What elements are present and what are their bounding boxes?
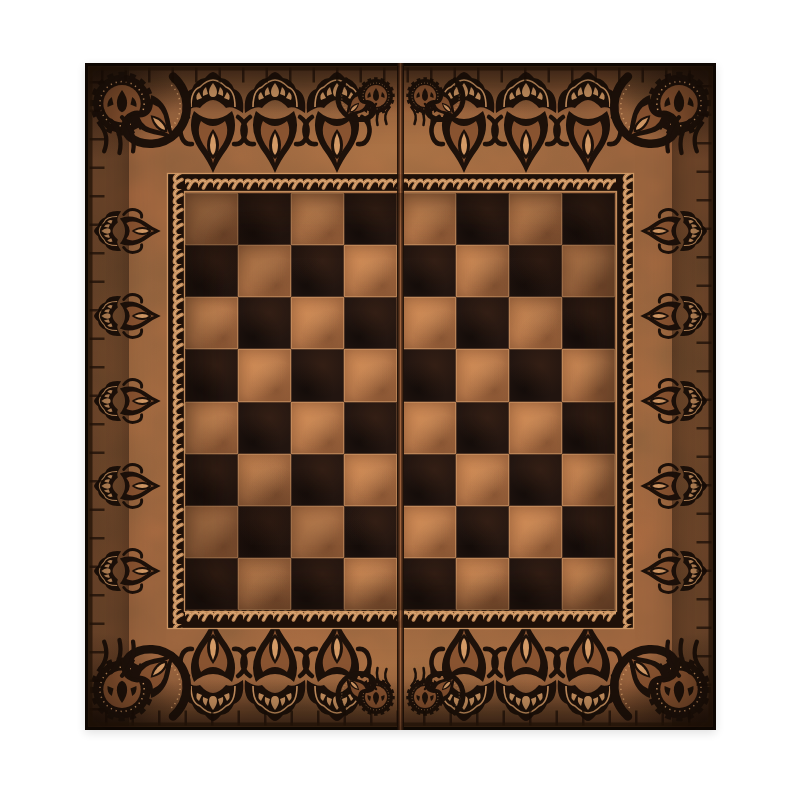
square-c5[interactable]: [291, 349, 344, 401]
square-h8[interactable]: [562, 193, 615, 245]
square-g7[interactable]: [509, 245, 562, 297]
square-f8[interactable]: [456, 193, 509, 245]
square-b6[interactable]: [238, 297, 291, 349]
square-e7[interactable]: [403, 245, 456, 297]
square-b4[interactable]: [238, 402, 291, 454]
square-g6[interactable]: [509, 297, 562, 349]
square-b7[interactable]: [238, 245, 291, 297]
square-f2[interactable]: [456, 506, 509, 558]
square-b2[interactable]: [238, 506, 291, 558]
square-f7[interactable]: [456, 245, 509, 297]
square-a6[interactable]: [185, 297, 238, 349]
square-b1[interactable]: [238, 558, 291, 610]
square-g5[interactable]: [509, 349, 562, 401]
chessboard: [85, 63, 716, 730]
square-d3[interactable]: [344, 454, 397, 506]
square-a7[interactable]: [185, 245, 238, 297]
square-d7[interactable]: [344, 245, 397, 297]
square-d8[interactable]: [344, 193, 397, 245]
square-e5[interactable]: [403, 349, 456, 401]
square-f5[interactable]: [456, 349, 509, 401]
square-e8[interactable]: [403, 193, 456, 245]
square-b8[interactable]: [238, 193, 291, 245]
square-c6[interactable]: [291, 297, 344, 349]
square-h3[interactable]: [562, 454, 615, 506]
square-d2[interactable]: [344, 506, 397, 558]
square-e4[interactable]: [403, 402, 456, 454]
square-d6[interactable]: [344, 297, 397, 349]
square-b3[interactable]: [238, 454, 291, 506]
square-e1[interactable]: [403, 558, 456, 610]
square-b5[interactable]: [238, 349, 291, 401]
square-f4[interactable]: [456, 402, 509, 454]
square-d5[interactable]: [344, 349, 397, 401]
square-h5[interactable]: [562, 349, 615, 401]
square-g8[interactable]: [509, 193, 562, 245]
square-e2[interactable]: [403, 506, 456, 558]
square-c4[interactable]: [291, 402, 344, 454]
square-e3[interactable]: [403, 454, 456, 506]
square-f1[interactable]: [456, 558, 509, 610]
square-g1[interactable]: [509, 558, 562, 610]
square-c8[interactable]: [291, 193, 344, 245]
square-c1[interactable]: [291, 558, 344, 610]
square-f3[interactable]: [456, 454, 509, 506]
square-a1[interactable]: [185, 558, 238, 610]
square-a5[interactable]: [185, 349, 238, 401]
square-f6[interactable]: [456, 297, 509, 349]
square-h6[interactable]: [562, 297, 615, 349]
square-c2[interactable]: [291, 506, 344, 558]
square-c3[interactable]: [291, 454, 344, 506]
square-a3[interactable]: [185, 454, 238, 506]
square-g4[interactable]: [509, 402, 562, 454]
square-h4[interactable]: [562, 402, 615, 454]
square-a8[interactable]: [185, 193, 238, 245]
square-e6[interactable]: [403, 297, 456, 349]
square-g2[interactable]: [509, 506, 562, 558]
square-h2[interactable]: [562, 506, 615, 558]
board-hinge-seam: [397, 63, 404, 730]
square-a2[interactable]: [185, 506, 238, 558]
square-c7[interactable]: [291, 245, 344, 297]
square-d1[interactable]: [344, 558, 397, 610]
square-a4[interactable]: [185, 402, 238, 454]
photo-background: [0, 0, 800, 800]
square-g3[interactable]: [509, 454, 562, 506]
square-d4[interactable]: [344, 402, 397, 454]
square-h7[interactable]: [562, 245, 615, 297]
square-h1[interactable]: [562, 558, 615, 610]
